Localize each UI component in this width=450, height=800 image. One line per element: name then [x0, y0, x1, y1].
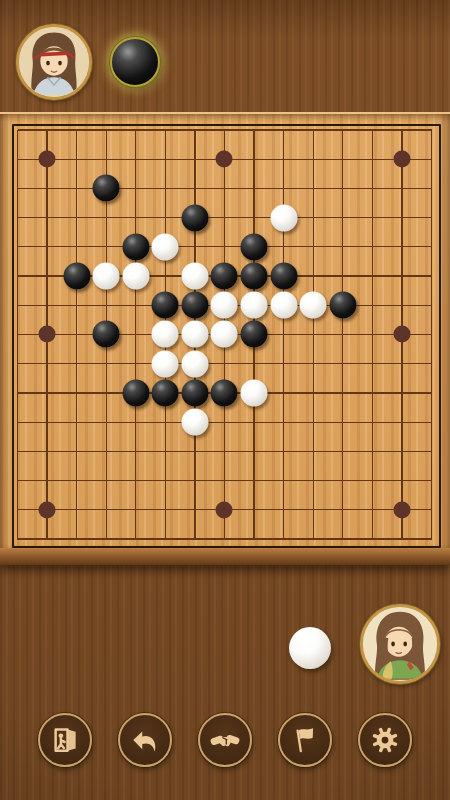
flag-icon	[290, 725, 320, 755]
stone-black	[211, 263, 238, 290]
stone-white	[152, 233, 179, 260]
stone-black	[329, 292, 356, 319]
handshake-icon	[210, 725, 240, 755]
stone-black	[241, 321, 268, 348]
stone-white	[152, 350, 179, 377]
gomoku-board[interactable]	[0, 112, 450, 550]
grid-line	[18, 538, 433, 539]
undo-arrow-icon	[130, 725, 160, 755]
stone-white	[181, 321, 208, 348]
resign-flag-button[interactable]	[278, 713, 332, 767]
stone-white	[241, 292, 268, 319]
stone-white	[181, 350, 208, 377]
bottom-avatar-art	[363, 607, 437, 681]
stone-white	[181, 263, 208, 290]
stone-black	[93, 175, 120, 202]
star-point	[393, 501, 410, 518]
star-point	[216, 501, 233, 518]
star-point	[39, 326, 56, 343]
board-edge	[0, 548, 450, 565]
top-avatar-art	[19, 27, 89, 97]
toolbar	[0, 713, 450, 769]
star-point	[39, 501, 56, 518]
exit-door-icon	[50, 725, 80, 755]
stone-black	[181, 292, 208, 319]
grid-line	[283, 130, 284, 540]
stone-white	[300, 292, 327, 319]
grid-line	[18, 480, 433, 481]
top-player-avatar	[16, 24, 92, 100]
stone-black	[152, 292, 179, 319]
gear-icon	[370, 725, 400, 755]
exit-game-button[interactable]	[38, 713, 92, 767]
stone-white	[122, 263, 149, 290]
stone-black	[211, 379, 238, 406]
stone-black	[63, 263, 90, 290]
star-point	[216, 151, 233, 168]
white-turn-stone	[289, 627, 331, 669]
black-turn-stone	[110, 37, 160, 87]
settings-button[interactable]	[358, 713, 412, 767]
grid-line	[372, 130, 373, 540]
stone-black	[241, 263, 268, 290]
stone-black	[270, 263, 297, 290]
grid-line	[431, 130, 432, 540]
stone-white	[270, 292, 297, 319]
stone-white	[152, 321, 179, 348]
stone-black	[122, 379, 149, 406]
grid-line	[342, 130, 343, 540]
stone-black	[93, 321, 120, 348]
stone-black	[181, 204, 208, 231]
undo-button[interactable]	[118, 713, 172, 767]
draw-offer-button[interactable]	[198, 713, 252, 767]
stone-white	[93, 263, 120, 290]
grid-line	[18, 363, 433, 364]
stone-black	[122, 233, 149, 260]
stone-white	[211, 321, 238, 348]
star-point	[393, 151, 410, 168]
game-screen	[0, 0, 450, 800]
grid-line	[18, 451, 433, 452]
star-point	[39, 151, 56, 168]
stone-white	[241, 379, 268, 406]
stone-black	[152, 379, 179, 406]
grid-line	[313, 130, 314, 540]
star-point	[393, 326, 410, 343]
stone-white	[270, 204, 297, 231]
grid-line	[18, 422, 433, 423]
stone-black	[241, 233, 268, 260]
stone-white	[181, 409, 208, 436]
stone-black	[181, 379, 208, 406]
stone-white	[211, 292, 238, 319]
bottom-player-avatar	[360, 604, 440, 684]
